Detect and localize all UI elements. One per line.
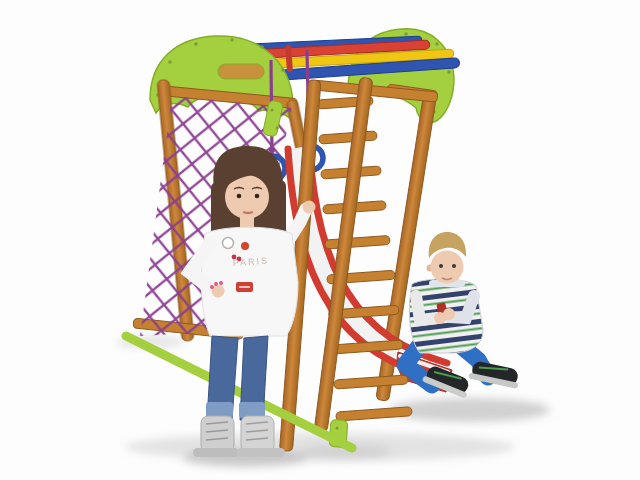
boy-sitting xyxy=(405,232,521,399)
boy-face xyxy=(431,251,464,284)
girl-badge xyxy=(241,242,249,250)
girl-hand-right xyxy=(303,201,316,214)
girl-badge xyxy=(223,238,234,249)
playset-scene: PARIS xyxy=(0,0,640,480)
front-base-rail xyxy=(126,336,352,448)
product-photo: PARIS xyxy=(0,0,640,480)
boy-shoe-right xyxy=(468,360,521,389)
boy-hand xyxy=(443,308,455,320)
